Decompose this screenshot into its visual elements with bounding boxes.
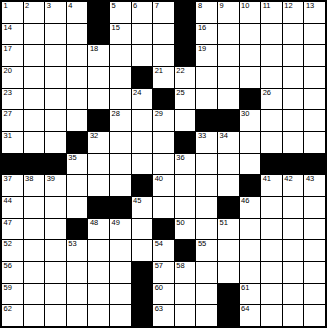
- cell-r7-c3[interactable]: 35: [67, 154, 88, 175]
- cell-r12-c12[interactable]: [261, 262, 282, 283]
- cell-r7-c7[interactable]: [153, 154, 174, 175]
- cell-r13-c14[interactable]: [304, 284, 325, 305]
- block-r9-c5: [110, 197, 131, 218]
- clue-number: 52: [4, 240, 12, 248]
- cell-r6-c10[interactable]: 34: [218, 132, 239, 153]
- cell-r8-c5[interactable]: [110, 175, 131, 196]
- cell-r14-c11[interactable]: 64: [240, 305, 261, 326]
- clue-number: 14: [4, 24, 12, 32]
- block-r9-c4: [88, 197, 109, 218]
- block-r4-c7: [153, 89, 174, 110]
- clue-number: 27: [4, 110, 12, 118]
- cell-r10-c2[interactable]: [45, 219, 66, 240]
- cell-r9-c13[interactable]: [283, 197, 304, 218]
- clue-number: 39: [47, 175, 55, 183]
- cell-r3-c3[interactable]: [67, 67, 88, 88]
- cell-r9-c7[interactable]: [153, 197, 174, 218]
- clue-number: 50: [176, 219, 184, 227]
- cell-r6-c7[interactable]: [153, 132, 174, 153]
- clue-number: 19: [198, 45, 206, 53]
- clue-number: 25: [176, 89, 184, 97]
- clue-number: 62: [4, 305, 12, 313]
- cell-r13-c4[interactable]: [88, 284, 109, 305]
- clue-number: 56: [4, 262, 12, 270]
- clue-number: 7: [155, 2, 159, 10]
- block-r7-c0: [2, 154, 23, 175]
- cell-r9-c6[interactable]: 45: [132, 197, 153, 218]
- cell-r14-c1[interactable]: [24, 305, 45, 326]
- cell-r13-c1[interactable]: [24, 284, 45, 305]
- cell-r6-c2[interactable]: [45, 132, 66, 153]
- cell-r1-c12[interactable]: [261, 24, 282, 45]
- cell-r0-c6[interactable]: 6: [132, 2, 153, 23]
- cell-r4-c10[interactable]: [218, 89, 239, 110]
- clue-number: 5: [112, 2, 116, 10]
- cell-r5-c8[interactable]: [175, 110, 196, 131]
- block-r6-c8: [175, 132, 196, 153]
- cell-r14-c4[interactable]: [88, 305, 109, 326]
- clue-number: 35: [68, 154, 76, 162]
- cell-r1-c1[interactable]: [24, 24, 45, 45]
- cell-r10-c9[interactable]: [196, 219, 217, 240]
- cell-r6-c6[interactable]: [132, 132, 153, 153]
- cell-r10-c1[interactable]: [24, 219, 45, 240]
- cell-r5-c11[interactable]: 30: [240, 110, 261, 131]
- cell-r12-c8[interactable]: 58: [175, 262, 196, 283]
- cell-r13-c0[interactable]: 59: [2, 284, 23, 305]
- cell-r5-c12[interactable]: [261, 110, 282, 131]
- cell-r2-c9[interactable]: 19: [196, 45, 217, 66]
- block-r5-c9: [196, 110, 217, 131]
- cell-r12-c14[interactable]: [304, 262, 325, 283]
- block-r0-c4: [88, 2, 109, 23]
- clue-number: 61: [241, 284, 249, 292]
- block-r11-c8: [175, 240, 196, 261]
- cell-r8-c12[interactable]: 41: [261, 175, 282, 196]
- cell-r10-c12[interactable]: [261, 219, 282, 240]
- cell-r6-c5[interactable]: [110, 132, 131, 153]
- block-r1-c4: [88, 24, 109, 45]
- cell-r5-c5[interactable]: 28: [110, 110, 131, 131]
- cell-r3-c0[interactable]: 20: [2, 67, 23, 88]
- clue-number: 6: [133, 2, 137, 10]
- clue-number: 3: [47, 2, 51, 10]
- cell-r7-c9[interactable]: [196, 154, 217, 175]
- cell-r7-c6[interactable]: [132, 154, 153, 175]
- block-r0-c8: [175, 2, 196, 23]
- cell-r11-c3[interactable]: 53: [67, 240, 88, 261]
- cell-r0-c10[interactable]: 9: [218, 2, 239, 23]
- cell-r1-c14[interactable]: [304, 24, 325, 45]
- cell-r0-c1[interactable]: 2: [24, 2, 45, 23]
- cell-r14-c13[interactable]: [283, 305, 304, 326]
- clue-number: 55: [198, 240, 206, 248]
- cell-r13-c9[interactable]: [196, 284, 217, 305]
- cell-r9-c1[interactable]: [24, 197, 45, 218]
- cell-r0-c13[interactable]: 12: [283, 2, 304, 23]
- cell-r13-c2[interactable]: [45, 284, 66, 305]
- cell-r9-c14[interactable]: [304, 197, 325, 218]
- cell-r1-c10[interactable]: [218, 24, 239, 45]
- cell-r13-c12[interactable]: [261, 284, 282, 305]
- cell-r8-c9[interactable]: [196, 175, 217, 196]
- block-r10-c7: [153, 219, 174, 240]
- cell-r0-c3[interactable]: 4: [67, 2, 88, 23]
- clue-number: 64: [241, 305, 249, 313]
- cell-r4-c8[interactable]: 25: [175, 89, 196, 110]
- cell-r9-c8[interactable]: [175, 197, 196, 218]
- cell-r0-c14[interactable]: 13: [304, 2, 325, 23]
- cell-r4-c3[interactable]: [67, 89, 88, 110]
- clue-number: 1: [4, 2, 8, 10]
- cell-r11-c6[interactable]: [132, 240, 153, 261]
- cell-r6-c9[interactable]: 33: [196, 132, 217, 153]
- cell-r4-c0[interactable]: 23: [2, 89, 23, 110]
- cell-r4-c5[interactable]: [110, 89, 131, 110]
- cell-r13-c8[interactable]: [175, 284, 196, 305]
- cell-r3-c4[interactable]: [88, 67, 109, 88]
- block-r1-c8: [175, 24, 196, 45]
- clue-number: 10: [241, 2, 249, 10]
- cell-r1-c9[interactable]: 16: [196, 24, 217, 45]
- clue-number: 53: [68, 240, 76, 248]
- cell-r11-c12[interactable]: [261, 240, 282, 261]
- cell-r3-c9[interactable]: [196, 67, 217, 88]
- clue-number: 33: [198, 132, 206, 140]
- cell-r12-c1[interactable]: [24, 262, 45, 283]
- clue-number: 49: [112, 219, 120, 227]
- cell-r8-c13[interactable]: 42: [283, 175, 304, 196]
- cell-r5-c13[interactable]: [283, 110, 304, 131]
- cell-r1-c2[interactable]: [45, 24, 66, 45]
- cell-r3-c2[interactable]: [45, 67, 66, 88]
- cell-r7-c8[interactable]: 36: [175, 154, 196, 175]
- cell-r10-c5[interactable]: 49: [110, 219, 131, 240]
- cell-r5-c6[interactable]: [132, 110, 153, 131]
- clue-number: 21: [155, 67, 163, 75]
- cell-r9-c0[interactable]: 44: [2, 197, 23, 218]
- cell-r0-c11[interactable]: 10: [240, 2, 261, 23]
- cell-r14-c2[interactable]: [45, 305, 66, 326]
- cell-r9-c3[interactable]: [67, 197, 88, 218]
- crossword-board: 1234567891011121314151617181920212223242…: [0, 0, 327, 328]
- clue-number: 16: [198, 24, 206, 32]
- clue-number: 46: [241, 197, 249, 205]
- clue-number: 42: [284, 175, 292, 183]
- block-r9-c10: [218, 197, 239, 218]
- clue-number: 4: [68, 2, 72, 10]
- clue-number: 29: [155, 110, 163, 118]
- cell-r12-c3[interactable]: [67, 262, 88, 283]
- cell-r5-c14[interactable]: [304, 110, 325, 131]
- cell-r2-c4[interactable]: 18: [88, 45, 109, 66]
- block-r7-c13: [283, 154, 304, 175]
- cell-r6-c1[interactable]: [24, 132, 45, 153]
- cell-r10-c8[interactable]: 50: [175, 219, 196, 240]
- cell-r11-c5[interactable]: [110, 240, 131, 261]
- clue-number: 41: [263, 175, 271, 183]
- cell-r8-c8[interactable]: [175, 175, 196, 196]
- clue-number: 31: [4, 132, 12, 140]
- cell-r2-c12[interactable]: [261, 45, 282, 66]
- cell-r3-c8[interactable]: 22: [175, 67, 196, 88]
- cell-r11-c7[interactable]: 54: [153, 240, 174, 261]
- clue-number: 48: [90, 219, 98, 227]
- clue-number: 60: [155, 284, 163, 292]
- cell-r10-c10[interactable]: 51: [218, 219, 239, 240]
- cell-r3-c1[interactable]: [24, 67, 45, 88]
- clue-number: 18: [90, 45, 98, 53]
- cell-r8-c7[interactable]: 40: [153, 175, 174, 196]
- cell-r3-c13[interactable]: [283, 67, 304, 88]
- cell-r4-c14[interactable]: [304, 89, 325, 110]
- clue-number: 17: [4, 45, 12, 53]
- cell-r2-c10[interactable]: [218, 45, 239, 66]
- cell-r1-c5[interactable]: 15: [110, 24, 131, 45]
- clue-number: 12: [284, 2, 292, 10]
- cell-r13-c11[interactable]: 61: [240, 284, 261, 305]
- cell-r1-c13[interactable]: [283, 24, 304, 45]
- cell-r12-c2[interactable]: [45, 262, 66, 283]
- block-r8-c6: [132, 175, 153, 196]
- cell-r4-c2[interactable]: [45, 89, 66, 110]
- cell-r6-c14[interactable]: [304, 132, 325, 153]
- cell-r2-c7[interactable]: [153, 45, 174, 66]
- cell-r0-c0[interactable]: 1: [2, 2, 23, 23]
- cell-r1-c7[interactable]: [153, 24, 174, 45]
- block-r5-c10: [218, 110, 239, 131]
- clue-number: 28: [112, 110, 120, 118]
- cell-r7-c10[interactable]: [218, 154, 239, 175]
- clue-number: 58: [176, 262, 184, 270]
- cell-r3-c5[interactable]: [110, 67, 131, 88]
- cell-r13-c7[interactable]: 60: [153, 284, 174, 305]
- cell-r6-c11[interactable]: [240, 132, 261, 153]
- clue-number: 57: [155, 262, 163, 270]
- clue-number: 36: [176, 154, 184, 162]
- block-r5-c4: [88, 110, 109, 131]
- cell-r10-c0[interactable]: 47: [2, 219, 23, 240]
- cell-r6-c12[interactable]: [261, 132, 282, 153]
- cell-r14-c0[interactable]: 62: [2, 305, 23, 326]
- clue-number: 22: [176, 67, 184, 75]
- cell-r14-c8[interactable]: [175, 305, 196, 326]
- clue-number: 44: [4, 197, 12, 205]
- clue-number: 63: [155, 305, 163, 313]
- clue-number: 43: [306, 175, 314, 183]
- cell-r5-c2[interactable]: [45, 110, 66, 131]
- cell-r2-c5[interactable]: [110, 45, 131, 66]
- clue-number: 13: [306, 2, 314, 10]
- cell-r4-c13[interactable]: [283, 89, 304, 110]
- cell-r4-c9[interactable]: [196, 89, 217, 110]
- cell-r14-c9[interactable]: [196, 305, 217, 326]
- cell-r12-c5[interactable]: [110, 262, 131, 283]
- cell-r8-c3[interactable]: [67, 175, 88, 196]
- cell-r4-c6[interactable]: 24: [132, 89, 153, 110]
- clue-number: 34: [220, 132, 228, 140]
- cell-r0-c7[interactable]: 7: [153, 2, 174, 23]
- clue-number: 24: [133, 89, 141, 97]
- cell-r2-c2[interactable]: [45, 45, 66, 66]
- cell-r2-c6[interactable]: [132, 45, 153, 66]
- clue-number: 37: [4, 175, 12, 183]
- block-r12-c6: [132, 262, 153, 283]
- block-r2-c8: [175, 45, 196, 66]
- cell-r9-c12[interactable]: [261, 197, 282, 218]
- block-r13-c10: [218, 284, 239, 305]
- cell-r4-c12[interactable]: 26: [261, 89, 282, 110]
- cell-r1-c3[interactable]: [67, 24, 88, 45]
- cell-r1-c6[interactable]: [132, 24, 153, 45]
- cell-r2-c3[interactable]: [67, 45, 88, 66]
- cell-r8-c0[interactable]: 37: [2, 175, 23, 196]
- cell-r6-c0[interactable]: 31: [2, 132, 23, 153]
- block-r13-c6: [132, 284, 153, 305]
- cell-r4-c4[interactable]: [88, 89, 109, 110]
- cell-r0-c12[interactable]: 11: [261, 2, 282, 23]
- cell-r14-c7[interactable]: 63: [153, 305, 174, 326]
- cell-r3-c12[interactable]: [261, 67, 282, 88]
- clue-number: 11: [263, 2, 271, 10]
- cell-r4-c1[interactable]: [24, 89, 45, 110]
- cell-r1-c11[interactable]: [240, 24, 261, 45]
- cell-r8-c4[interactable]: [88, 175, 109, 196]
- block-r10-c3: [67, 219, 88, 240]
- cell-r11-c0[interactable]: 52: [2, 240, 23, 261]
- cell-r12-c4[interactable]: [88, 262, 109, 283]
- cell-r12-c10[interactable]: [218, 262, 239, 283]
- cell-r14-c5[interactable]: [110, 305, 131, 326]
- cell-r14-c14[interactable]: [304, 305, 325, 326]
- clue-number: 8: [198, 2, 202, 10]
- cell-r7-c11[interactable]: [240, 154, 261, 175]
- cell-r14-c3[interactable]: [67, 305, 88, 326]
- cell-r9-c2[interactable]: [45, 197, 66, 218]
- clue-number: 59: [4, 284, 12, 292]
- cell-r2-c1[interactable]: [24, 45, 45, 66]
- clue-number: 23: [4, 89, 12, 97]
- cell-r2-c14[interactable]: [304, 45, 325, 66]
- cell-r0-c5[interactable]: 5: [110, 2, 131, 23]
- cell-r11-c10[interactable]: [218, 240, 239, 261]
- clue-number: 26: [263, 89, 271, 97]
- cell-r5-c7[interactable]: 29: [153, 110, 174, 131]
- cell-r10-c14[interactable]: [304, 219, 325, 240]
- cell-r7-c5[interactable]: [110, 154, 131, 175]
- cell-r5-c3[interactable]: [67, 110, 88, 131]
- block-r7-c12: [261, 154, 282, 175]
- cell-r5-c0[interactable]: 27: [2, 110, 23, 131]
- cell-r3-c11[interactable]: [240, 67, 261, 88]
- cell-r9-c9[interactable]: [196, 197, 217, 218]
- clue-number: 32: [90, 132, 98, 140]
- cell-r8-c1[interactable]: 38: [24, 175, 45, 196]
- cell-r12-c7[interactable]: 57: [153, 262, 174, 283]
- cell-r11-c1[interactable]: [24, 240, 45, 261]
- cell-r7-c4[interactable]: [88, 154, 109, 175]
- cell-r0-c9[interactable]: 8: [196, 2, 217, 23]
- cell-r10-c4[interactable]: 48: [88, 219, 109, 240]
- cell-r11-c4[interactable]: [88, 240, 109, 261]
- cell-r10-c6[interactable]: [132, 219, 153, 240]
- clue-number: 9: [220, 2, 224, 10]
- cell-r9-c11[interactable]: 46: [240, 197, 261, 218]
- cell-r12-c0[interactable]: 56: [2, 262, 23, 283]
- cell-r1-c0[interactable]: 14: [2, 24, 23, 45]
- cell-r12-c9[interactable]: [196, 262, 217, 283]
- cell-r3-c7[interactable]: 21: [153, 67, 174, 88]
- cell-r5-c1[interactable]: [24, 110, 45, 131]
- cell-r10-c11[interactable]: [240, 219, 261, 240]
- clue-number: 30: [241, 110, 249, 118]
- block-r7-c2: [45, 154, 66, 175]
- cell-r8-c2[interactable]: 39: [45, 175, 66, 196]
- block-r7-c1: [24, 154, 45, 175]
- cell-r12-c13[interactable]: [283, 262, 304, 283]
- cell-r3-c10[interactable]: [218, 67, 239, 88]
- cell-r2-c0[interactable]: 17: [2, 45, 23, 66]
- clue-number: 54: [155, 240, 163, 248]
- cell-r8-c14[interactable]: 43: [304, 175, 325, 196]
- cell-r13-c5[interactable]: [110, 284, 131, 305]
- cell-r14-c12[interactable]: [261, 305, 282, 326]
- block-r8-c11: [240, 175, 261, 196]
- clue-number: 47: [4, 219, 12, 227]
- block-r14-c10: [218, 305, 239, 326]
- cell-r13-c13[interactable]: [283, 284, 304, 305]
- block-r4-c11: [240, 89, 261, 110]
- cell-r11-c14[interactable]: [304, 240, 325, 261]
- cell-r3-c14[interactable]: [304, 67, 325, 88]
- cell-r11-c13[interactable]: [283, 240, 304, 261]
- clue-number: 2: [25, 2, 29, 10]
- clue-number: 38: [25, 175, 33, 183]
- clue-number: 40: [155, 175, 163, 183]
- cell-r6-c4[interactable]: 32: [88, 132, 109, 153]
- cell-r8-c10[interactable]: [218, 175, 239, 196]
- cell-r6-c13[interactable]: [283, 132, 304, 153]
- block-r7-c14: [304, 154, 325, 175]
- block-r14-c6: [132, 305, 153, 326]
- block-r6-c3: [67, 132, 88, 153]
- clue-number: 51: [220, 219, 228, 227]
- cell-r2-c11[interactable]: [240, 45, 261, 66]
- cell-r11-c2[interactable]: [45, 240, 66, 261]
- cell-r11-c11[interactable]: [240, 240, 261, 261]
- block-r3-c6: [132, 67, 153, 88]
- clue-number: 20: [4, 67, 12, 75]
- clue-number: 45: [133, 197, 141, 205]
- cell-r0-c2[interactable]: 3: [45, 2, 66, 23]
- clue-number: 15: [112, 24, 120, 32]
- cell-r10-c13[interactable]: [283, 219, 304, 240]
- cell-r12-c11[interactable]: [240, 262, 261, 283]
- cell-r13-c3[interactable]: [67, 284, 88, 305]
- cell-r2-c13[interactable]: [283, 45, 304, 66]
- cell-r11-c9[interactable]: 55: [196, 240, 217, 261]
